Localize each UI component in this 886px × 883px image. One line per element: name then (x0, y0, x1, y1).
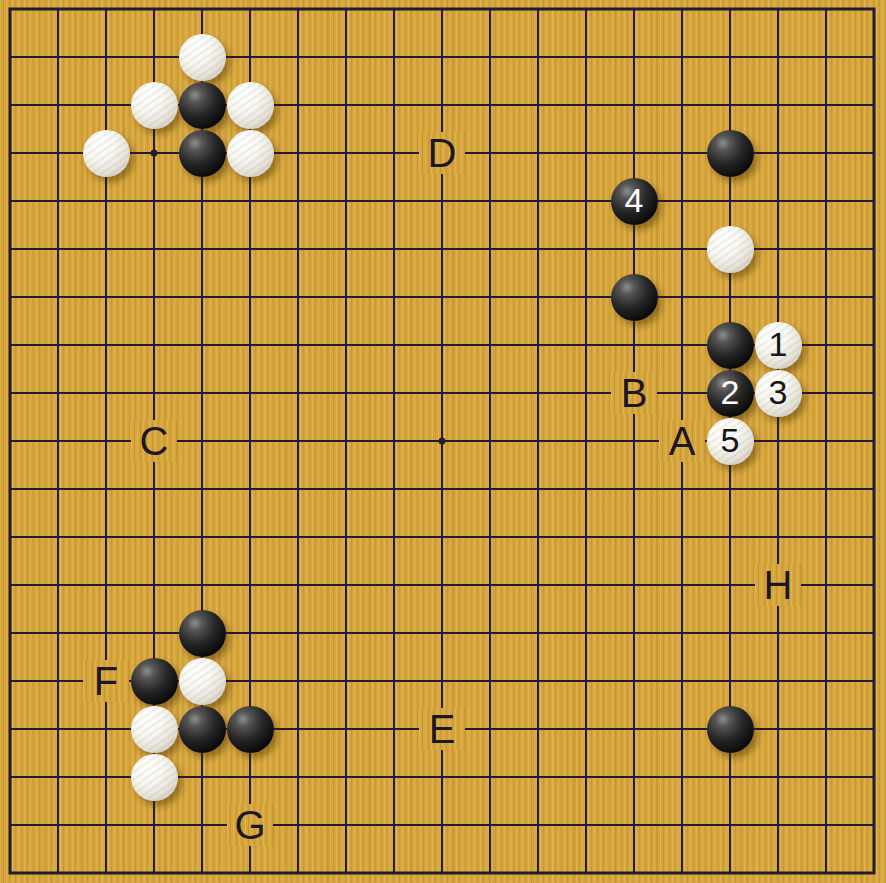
stone-black-move-4[interactable]: 4 (611, 178, 658, 225)
stone-black-move-2[interactable]: 2 (707, 370, 754, 417)
stone-white[interactable] (131, 754, 178, 801)
stone-black[interactable] (179, 706, 226, 753)
stone-white-move-3[interactable]: 3 (755, 370, 802, 417)
mark-E[interactable]: E (419, 708, 465, 750)
mark-D[interactable]: D (419, 132, 465, 174)
move-number: 3 (769, 375, 788, 409)
stone-black[interactable] (179, 82, 226, 129)
stone-black[interactable] (179, 130, 226, 177)
mark-H[interactable]: H (755, 564, 801, 606)
mark-B[interactable]: B (611, 372, 657, 414)
stone-black[interactable] (707, 706, 754, 753)
stone-white[interactable] (131, 82, 178, 129)
stone-white[interactable] (131, 706, 178, 753)
move-number: 4 (625, 183, 644, 217)
stone-black[interactable] (227, 706, 274, 753)
stone-black[interactable] (611, 274, 658, 321)
stone-black[interactable] (707, 322, 754, 369)
stone-white-move-1[interactable]: 1 (755, 322, 802, 369)
stone-white[interactable] (227, 82, 274, 129)
stone-black[interactable] (131, 658, 178, 705)
stone-black[interactable] (179, 610, 226, 657)
mark-F[interactable]: F (83, 660, 129, 702)
move-number: 5 (721, 423, 740, 457)
mark-A[interactable]: A (659, 420, 705, 462)
stone-white[interactable] (227, 130, 274, 177)
mark-C[interactable]: C (131, 420, 177, 462)
stone-white[interactable] (83, 130, 130, 177)
mark-G[interactable]: G (227, 804, 273, 846)
stone-black[interactable] (707, 130, 754, 177)
stones-and-marks-layer: ABCDEFGH41235 (0, 0, 886, 883)
stone-white[interactable] (707, 226, 754, 273)
move-number: 1 (769, 327, 788, 361)
stone-white-move-5[interactable]: 5 (707, 418, 754, 465)
move-number: 2 (721, 375, 740, 409)
stone-white[interactable] (179, 34, 226, 81)
go-board[interactable]: ABCDEFGH41235 (0, 0, 886, 883)
stone-white[interactable] (179, 658, 226, 705)
